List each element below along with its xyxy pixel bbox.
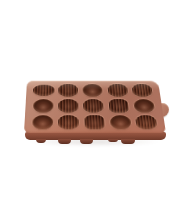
mold-cell xyxy=(106,98,133,114)
mold-foot xyxy=(80,139,93,144)
mold-cell xyxy=(107,114,134,130)
cavity-smooth xyxy=(33,99,54,112)
mold-cell xyxy=(55,114,81,130)
mold-foot xyxy=(58,139,71,144)
cavity-smooth xyxy=(83,84,103,97)
mold-cell xyxy=(56,83,81,98)
cavity-smooth xyxy=(110,115,132,129)
mold-cell xyxy=(31,83,56,98)
mold-cell xyxy=(81,98,107,114)
mold-cell xyxy=(29,114,55,130)
mold-foot xyxy=(121,139,135,144)
mold-cell xyxy=(133,114,161,130)
mold-cell xyxy=(131,98,158,114)
mold-cell xyxy=(105,83,131,98)
mold-cell xyxy=(129,83,156,98)
mold-cell xyxy=(80,83,105,98)
cavity-fluted xyxy=(58,99,78,112)
cavity-fluted xyxy=(132,84,153,97)
cavity-fluted xyxy=(83,99,104,112)
cavity-fluted-star xyxy=(84,115,104,129)
tray-front-edge xyxy=(25,132,166,140)
cavity-fluted-star xyxy=(109,99,129,112)
cavity-grid xyxy=(29,83,160,130)
mold-cell xyxy=(56,98,82,114)
chocolate-mold-tray xyxy=(24,81,166,133)
cavity-fluted-oval xyxy=(32,85,54,96)
cavity-smooth xyxy=(32,115,53,129)
cavity-smooth xyxy=(134,99,156,112)
mold-foot xyxy=(108,139,118,142)
cavity-fluted xyxy=(135,115,157,129)
mold-cell xyxy=(30,98,56,114)
cavity-fluted xyxy=(58,84,78,97)
cavity-fluted xyxy=(107,84,128,97)
product-photo-background xyxy=(0,0,178,222)
mold-cell xyxy=(81,114,108,130)
cavity-fluted xyxy=(58,115,79,129)
